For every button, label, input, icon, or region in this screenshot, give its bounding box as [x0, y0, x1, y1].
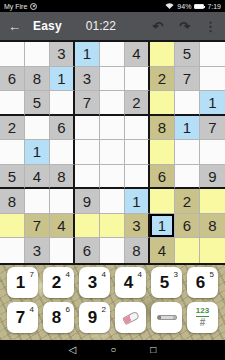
nav-home-icon[interactable]: ○	[110, 345, 116, 355]
cell-r7c7[interactable]	[150, 189, 175, 214]
cell-r9c9[interactable]	[200, 238, 225, 263]
cell-r1c1[interactable]	[0, 42, 25, 67]
cell-r6c6[interactable]	[125, 165, 150, 190]
cell-r5c5[interactable]	[100, 140, 125, 165]
cell-r4c7[interactable]: 8	[150, 116, 175, 141]
cell-r8c5[interactable]	[100, 214, 125, 239]
cell-r2c7[interactable]: 2	[150, 67, 175, 92]
cell-r6c8[interactable]	[175, 165, 200, 190]
cell-r4c8[interactable]: 1	[175, 116, 200, 141]
digit-placed-count: 3	[174, 270, 178, 279]
cell-r8c3[interactable]: 4	[50, 214, 75, 239]
cell-r2c3[interactable]: 1	[50, 67, 75, 92]
cell-r4c4[interactable]	[75, 116, 100, 141]
number-keypad: 172434445365 748692 123 #	[0, 265, 225, 340]
game-timer: 01:22	[86, 19, 116, 33]
digit-label: 4	[124, 273, 133, 293]
digit-label: 2	[52, 273, 61, 293]
keypad-row-1: 172434445365	[0, 267, 225, 298]
digit-placed-count: 6	[66, 305, 70, 314]
status-time: 7:19	[207, 3, 221, 10]
grid-icon: #	[200, 318, 206, 328]
cell-r6c2[interactable]: 4	[25, 165, 50, 190]
cell-r6c4[interactable]	[75, 165, 100, 190]
cell-r6c9[interactable]: 9	[200, 165, 225, 190]
cell-r5c4[interactable]	[75, 140, 100, 165]
android-nav-bar: ◁ ○ □	[0, 340, 225, 360]
sudoku-board: 314568132757212681715486989127431683684	[0, 40, 225, 265]
cell-r3c9[interactable]: 1	[200, 91, 225, 116]
cell-r5c6[interactable]	[125, 140, 150, 165]
cell-r3c2[interactable]: 5	[25, 91, 50, 116]
eraser-icon	[122, 310, 140, 325]
cell-r8c6[interactable]: 3	[125, 214, 150, 239]
digit-placed-count: 4	[138, 270, 142, 279]
cell-r4c6[interactable]	[125, 116, 150, 141]
digit-button-4[interactable]: 44	[115, 267, 146, 298]
cell-r3c3[interactable]	[50, 91, 75, 116]
cell-r2c5[interactable]	[100, 67, 125, 92]
cell-r9c6[interactable]: 8	[125, 238, 150, 263]
cell-r4c1[interactable]: 2	[0, 116, 25, 141]
eraser-button[interactable]	[115, 302, 146, 333]
cell-r3c5[interactable]	[100, 91, 125, 116]
digit-button-7[interactable]: 74	[7, 302, 38, 333]
pencil-icon	[157, 315, 177, 320]
toolbar: ← Easy 01:22 ↶ ↷ ⋮	[0, 12, 225, 40]
cell-r1c2[interactable]	[25, 42, 50, 67]
status-bar: My Fire 94% 7:19	[0, 0, 225, 12]
digit-placed-count: 2	[102, 305, 106, 314]
cell-r7c3[interactable]	[50, 189, 75, 214]
cell-r1c6[interactable]: 4	[125, 42, 150, 67]
cell-r9c8[interactable]	[175, 238, 200, 263]
battery-percent: 94%	[177, 3, 191, 10]
cell-r2c6[interactable]	[125, 67, 150, 92]
cell-r1c3[interactable]: 3	[50, 42, 75, 67]
digit-label: 3	[88, 273, 97, 293]
cell-r5c9[interactable]	[200, 140, 225, 165]
battery-icon	[194, 4, 204, 9]
digit-button-1[interactable]: 17	[7, 267, 38, 298]
digit-label: 7	[16, 308, 25, 328]
digit-button-2[interactable]: 24	[43, 267, 74, 298]
cell-r8c1[interactable]	[0, 214, 25, 239]
digit-button-3[interactable]: 34	[79, 267, 110, 298]
digit-label: 9	[88, 308, 97, 328]
cell-r7c1[interactable]: 8	[0, 189, 25, 214]
cell-r8c4[interactable]	[75, 214, 100, 239]
cell-r6c5[interactable]	[100, 165, 125, 190]
notification-icon	[30, 3, 37, 10]
device-label: My Fire	[4, 3, 27, 10]
cell-r4c5[interactable]	[100, 116, 125, 141]
cell-r7c4[interactable]: 9	[75, 189, 100, 214]
cell-r7c6[interactable]: 1	[125, 189, 150, 214]
cell-r9c5[interactable]	[100, 238, 125, 263]
cell-r8c2[interactable]: 7	[25, 214, 50, 239]
cell-r3c7[interactable]	[150, 91, 175, 116]
cell-r6c1[interactable]: 5	[0, 165, 25, 190]
cell-r4c3[interactable]: 6	[50, 116, 75, 141]
cell-r2c9[interactable]	[200, 67, 225, 92]
digit-label: 1	[16, 273, 25, 293]
cell-r2c8[interactable]: 7	[175, 67, 200, 92]
cell-r1c4[interactable]: 1	[75, 42, 100, 67]
cell-r3c4[interactable]: 7	[75, 91, 100, 116]
keypad-row-2: 748692 123 #	[0, 302, 225, 333]
back-arrow-icon[interactable]: ←	[8, 19, 21, 34]
cell-r3c1[interactable]	[0, 91, 25, 116]
cell-r4c9[interactable]: 7	[200, 116, 225, 141]
cell-r3c8[interactable]	[175, 91, 200, 116]
undo-icon[interactable]: ↶	[152, 19, 163, 34]
cell-r5c3[interactable]	[50, 140, 75, 165]
digit-placed-count: 4	[102, 270, 106, 279]
keypad-mode-button[interactable]: 123 #	[187, 302, 218, 333]
nav-back-icon[interactable]: ◁	[69, 345, 77, 355]
nav-recents-icon[interactable]: □	[150, 345, 156, 355]
redo-icon[interactable]: ↷	[179, 19, 190, 34]
overflow-menu-icon[interactable]: ⋮	[204, 19, 217, 34]
cell-r6c7[interactable]: 6	[150, 165, 175, 190]
cell-r4c2[interactable]	[25, 116, 50, 141]
digit-placed-count: 4	[30, 305, 34, 314]
cell-r5c1[interactable]	[0, 140, 25, 165]
digit-button-8[interactable]: 86	[43, 302, 74, 333]
cell-r9c1[interactable]	[0, 238, 25, 263]
sudoku-app-screen: My Fire 94% 7:19 ← Easy 01:22 ↶ ↷ ⋮ 3145…	[0, 0, 225, 360]
cell-r1c5[interactable]	[100, 42, 125, 67]
cell-r5c7[interactable]	[150, 140, 175, 165]
cell-r7c8[interactable]: 2	[175, 189, 200, 214]
digit-placed-count: 5	[210, 270, 214, 279]
cell-r1c7[interactable]	[150, 42, 175, 67]
cell-r6c3[interactable]: 8	[50, 165, 75, 190]
cell-r2c4[interactable]: 3	[75, 67, 100, 92]
digit-button-9[interactable]: 92	[79, 302, 110, 333]
digit-button-6[interactable]: 65	[187, 267, 218, 298]
digit-label: 5	[160, 273, 169, 293]
digit-label: 8	[52, 308, 61, 328]
difficulty-title: Easy	[33, 19, 62, 33]
wifi-icon	[165, 2, 174, 10]
cell-r1c9[interactable]	[200, 42, 225, 67]
cell-r2c1[interactable]: 6	[0, 67, 25, 92]
cell-r9c3[interactable]	[50, 238, 75, 263]
digit-button-5[interactable]: 53	[151, 267, 182, 298]
cell-r1c8[interactable]: 5	[175, 42, 200, 67]
digit-placed-count: 7	[30, 270, 34, 279]
cell-r9c2[interactable]: 3	[25, 238, 50, 263]
cell-r7c9[interactable]	[200, 189, 225, 214]
cell-r7c5[interactable]	[100, 189, 125, 214]
cell-r9c4[interactable]: 6	[75, 238, 100, 263]
cell-r9c7[interactable]: 4	[150, 238, 175, 263]
cell-r8c8[interactable]: 6	[175, 214, 200, 239]
cell-r5c2[interactable]: 1	[25, 140, 50, 165]
cell-r5c8[interactable]	[175, 140, 200, 165]
cell-r7c2[interactable]	[25, 189, 50, 214]
cell-r8c9[interactable]: 8	[200, 214, 225, 239]
cell-r2c2[interactable]: 8	[25, 67, 50, 92]
digit-placed-count: 4	[66, 270, 70, 279]
mode-123-label: 123	[196, 307, 209, 317]
cell-r8c7[interactable]: 1	[150, 214, 175, 239]
digit-label: 6	[196, 273, 205, 293]
pencil-notes-button[interactable]	[151, 302, 182, 333]
cell-r3c6[interactable]: 2	[125, 91, 150, 116]
